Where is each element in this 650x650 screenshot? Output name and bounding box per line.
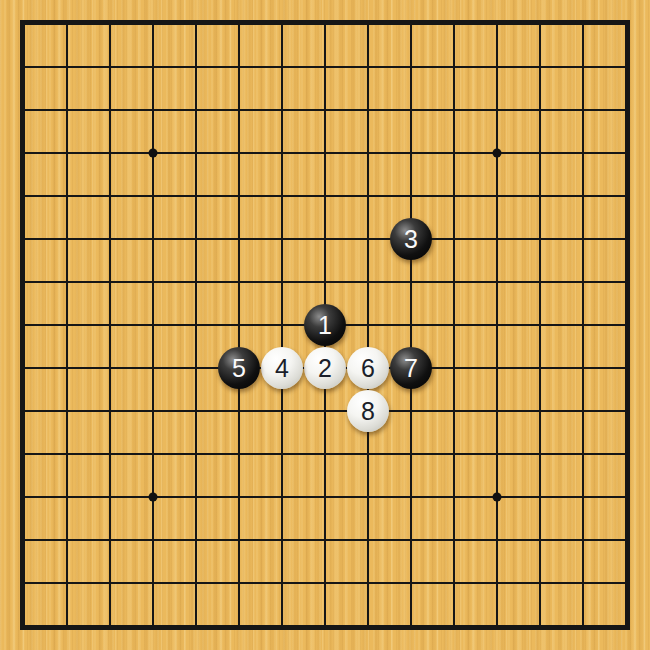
stones-layer: 12345678: [3, 3, 648, 648]
stone-white-8: 8: [347, 390, 389, 432]
stone-black-7: 7: [390, 347, 432, 389]
stone-black-5: 5: [218, 347, 260, 389]
stone-white-4: 4: [261, 347, 303, 389]
stone-white-6: 6: [347, 347, 389, 389]
stone-black-3: 3: [390, 218, 432, 260]
gomoku-board[interactable]: 12345678: [0, 0, 650, 650]
stone-black-1: 1: [304, 304, 346, 346]
stone-white-2: 2: [304, 347, 346, 389]
